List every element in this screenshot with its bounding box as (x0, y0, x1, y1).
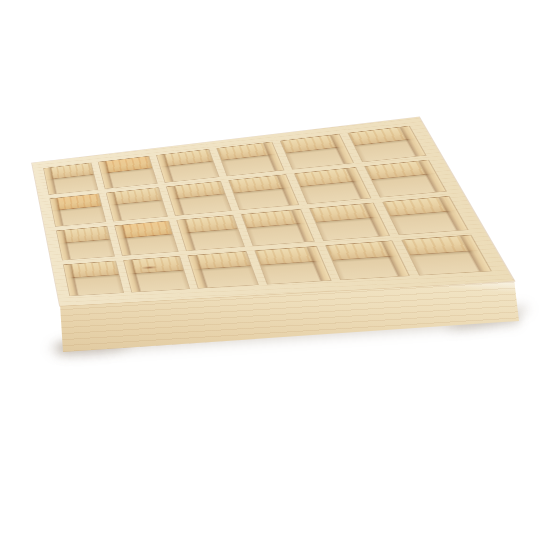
compartment-r3c5 (402, 235, 490, 275)
compartment-r3c1 (124, 257, 188, 292)
compartment-r1c5 (365, 160, 445, 197)
compartment-r1c4 (295, 168, 369, 204)
compartment-r3c4 (327, 241, 408, 279)
compartment-r0c0 (44, 163, 98, 194)
compartment-r0c3 (217, 142, 283, 176)
compartment-r1c0 (50, 194, 105, 226)
compartment-r1c1 (107, 188, 167, 221)
compartment-r2c5 (383, 197, 467, 235)
compartment-r2c0 (57, 227, 114, 260)
compartment-r1c3 (229, 175, 298, 210)
compartment-r0c5 (348, 126, 425, 161)
compartment-r2c3 (242, 210, 314, 246)
product-photo (0, 0, 540, 540)
compartment-r1c2 (167, 182, 231, 216)
compartment-r0c2 (157, 149, 219, 182)
compartment-r2c4 (311, 203, 389, 240)
tray-board (32, 117, 514, 306)
compartment-r0c1 (99, 156, 157, 188)
compartment-r2c1 (115, 221, 177, 255)
compartment-r2c2 (177, 216, 244, 251)
compartment-grid (44, 126, 490, 295)
compartment-r3c0 (64, 261, 124, 295)
compartment-r3c2 (188, 252, 257, 288)
compartment-r0c4 (281, 134, 352, 169)
compartment-r3c3 (255, 247, 330, 284)
